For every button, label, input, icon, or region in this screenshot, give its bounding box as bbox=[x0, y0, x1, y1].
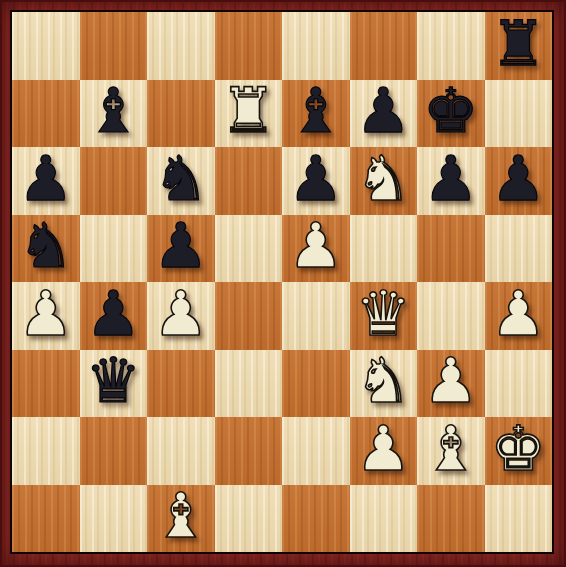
square-c1[interactable]: ♝ bbox=[147, 485, 215, 553]
square-b7[interactable]: ♝ bbox=[80, 80, 148, 148]
piece-white-pawn: ♟ bbox=[288, 215, 344, 277]
square-g4[interactable] bbox=[417, 282, 485, 350]
square-h2[interactable]: ♚ bbox=[485, 417, 553, 485]
square-h7[interactable] bbox=[485, 80, 553, 148]
square-a6[interactable]: ♟ bbox=[12, 147, 80, 215]
square-a8[interactable] bbox=[12, 12, 80, 80]
square-f2[interactable]: ♟ bbox=[350, 417, 418, 485]
square-f7[interactable]: ♟ bbox=[350, 80, 418, 148]
piece-black-pawn: ♟ bbox=[288, 148, 344, 210]
square-g5[interactable] bbox=[417, 215, 485, 283]
chess-board: ♜♝♜♝♟♚♟♞♟♞♟♟♞♟♟♟♟♟♛♟♛♞♟♟♝♚♝ bbox=[10, 10, 554, 554]
piece-black-pawn: ♟ bbox=[490, 148, 546, 210]
piece-white-pawn: ♟ bbox=[423, 350, 479, 412]
piece-black-pawn: ♟ bbox=[153, 215, 209, 277]
piece-white-bishop: ♝ bbox=[423, 418, 479, 480]
square-h8[interactable]: ♜ bbox=[485, 12, 553, 80]
square-c8[interactable] bbox=[147, 12, 215, 80]
square-a5[interactable]: ♞ bbox=[12, 215, 80, 283]
square-b2[interactable] bbox=[80, 417, 148, 485]
square-c7[interactable] bbox=[147, 80, 215, 148]
square-c5[interactable]: ♟ bbox=[147, 215, 215, 283]
square-b5[interactable] bbox=[80, 215, 148, 283]
square-c2[interactable] bbox=[147, 417, 215, 485]
square-d6[interactable] bbox=[215, 147, 283, 215]
square-a7[interactable] bbox=[12, 80, 80, 148]
square-a1[interactable] bbox=[12, 485, 80, 553]
square-f5[interactable] bbox=[350, 215, 418, 283]
square-g6[interactable]: ♟ bbox=[417, 147, 485, 215]
square-e6[interactable]: ♟ bbox=[282, 147, 350, 215]
square-b4[interactable]: ♟ bbox=[80, 282, 148, 350]
piece-black-pawn: ♟ bbox=[85, 283, 141, 345]
piece-black-knight: ♞ bbox=[18, 215, 74, 277]
square-e4[interactable] bbox=[282, 282, 350, 350]
square-d1[interactable] bbox=[215, 485, 283, 553]
square-d5[interactable] bbox=[215, 215, 283, 283]
square-g2[interactable]: ♝ bbox=[417, 417, 485, 485]
square-d4[interactable] bbox=[215, 282, 283, 350]
piece-black-pawn: ♟ bbox=[18, 148, 74, 210]
board-frame: ♜♝♜♝♟♚♟♞♟♞♟♟♞♟♟♟♟♟♛♟♛♞♟♟♝♚♝ bbox=[0, 0, 566, 567]
square-e3[interactable] bbox=[282, 350, 350, 418]
square-d7[interactable]: ♜ bbox=[215, 80, 283, 148]
piece-black-queen: ♛ bbox=[85, 350, 141, 412]
square-h3[interactable] bbox=[485, 350, 553, 418]
square-h6[interactable]: ♟ bbox=[485, 147, 553, 215]
square-c6[interactable]: ♞ bbox=[147, 147, 215, 215]
square-d3[interactable] bbox=[215, 350, 283, 418]
square-g1[interactable] bbox=[417, 485, 485, 553]
piece-white-knight: ♞ bbox=[355, 350, 411, 412]
square-b3[interactable]: ♛ bbox=[80, 350, 148, 418]
square-a3[interactable] bbox=[12, 350, 80, 418]
piece-black-pawn: ♟ bbox=[355, 80, 411, 142]
square-f1[interactable] bbox=[350, 485, 418, 553]
piece-white-pawn: ♟ bbox=[153, 283, 209, 345]
square-b1[interactable] bbox=[80, 485, 148, 553]
square-b6[interactable] bbox=[80, 147, 148, 215]
piece-white-pawn: ♟ bbox=[490, 283, 546, 345]
square-g7[interactable]: ♚ bbox=[417, 80, 485, 148]
square-d2[interactable] bbox=[215, 417, 283, 485]
piece-black-rook: ♜ bbox=[490, 13, 546, 75]
piece-black-knight: ♞ bbox=[153, 148, 209, 210]
piece-black-bishop: ♝ bbox=[85, 80, 141, 142]
square-f8[interactable] bbox=[350, 12, 418, 80]
square-f6[interactable]: ♞ bbox=[350, 147, 418, 215]
piece-black-king: ♚ bbox=[423, 80, 479, 142]
square-h1[interactable] bbox=[485, 485, 553, 553]
piece-white-king: ♚ bbox=[490, 418, 546, 480]
piece-white-pawn: ♟ bbox=[18, 283, 74, 345]
square-g8[interactable] bbox=[417, 12, 485, 80]
square-e2[interactable] bbox=[282, 417, 350, 485]
square-e7[interactable]: ♝ bbox=[282, 80, 350, 148]
piece-white-queen: ♛ bbox=[355, 283, 411, 345]
piece-white-knight: ♞ bbox=[355, 148, 411, 210]
square-e8[interactable] bbox=[282, 12, 350, 80]
square-h5[interactable] bbox=[485, 215, 553, 283]
square-d8[interactable] bbox=[215, 12, 283, 80]
piece-white-pawn: ♟ bbox=[355, 418, 411, 480]
piece-black-pawn: ♟ bbox=[423, 148, 479, 210]
square-b8[interactable] bbox=[80, 12, 148, 80]
square-f3[interactable]: ♞ bbox=[350, 350, 418, 418]
square-c3[interactable] bbox=[147, 350, 215, 418]
piece-black-bishop: ♝ bbox=[288, 80, 344, 142]
square-e1[interactable] bbox=[282, 485, 350, 553]
square-a2[interactable] bbox=[12, 417, 80, 485]
square-e5[interactable]: ♟ bbox=[282, 215, 350, 283]
square-f4[interactable]: ♛ bbox=[350, 282, 418, 350]
piece-white-rook: ♜ bbox=[220, 80, 276, 142]
square-h4[interactable]: ♟ bbox=[485, 282, 553, 350]
piece-white-bishop: ♝ bbox=[153, 485, 209, 547]
square-g3[interactable]: ♟ bbox=[417, 350, 485, 418]
square-c4[interactable]: ♟ bbox=[147, 282, 215, 350]
square-a4[interactable]: ♟ bbox=[12, 282, 80, 350]
